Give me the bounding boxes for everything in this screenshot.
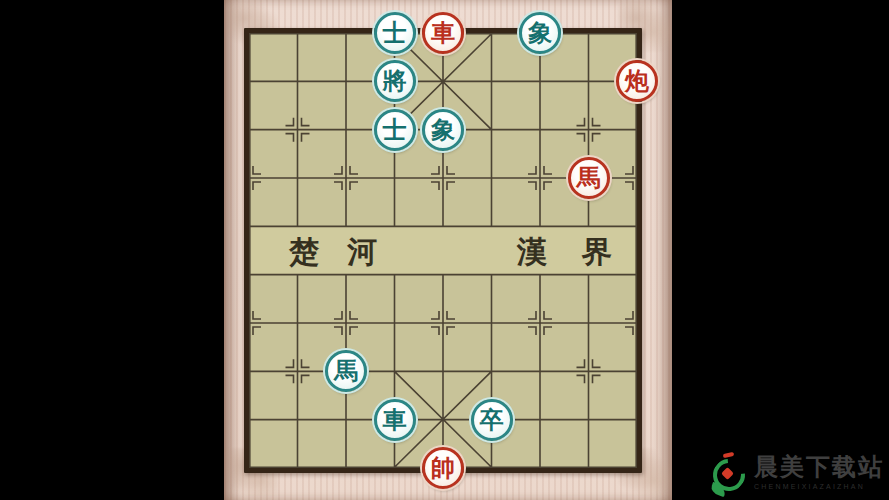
piece-teal-soldier[interactable]: 卒: [471, 399, 513, 441]
game-screen: 楚 河 漢 界 士車象將炮士象馬馬車卒帥 晨美下载站 CHENMEIXIAZAI…: [0, 0, 889, 500]
piece-character: 象: [431, 118, 455, 142]
piece-teal-advisor[interactable]: 士: [374, 12, 416, 54]
piece-teal-horse[interactable]: 馬: [325, 350, 367, 392]
piece-character: 象: [528, 21, 552, 45]
piece-character: 將: [383, 69, 407, 93]
piece-teal-advisor[interactable]: 士: [374, 109, 416, 151]
piece-layer: 士車象將炮士象馬馬車卒帥: [225, 9, 662, 492]
watermark-logo-icon: [710, 453, 746, 495]
piece-character: 馬: [334, 359, 358, 383]
piece-character: 車: [431, 21, 455, 45]
piece-teal-chariot[interactable]: 車: [374, 399, 416, 441]
piece-character: 炮: [625, 69, 649, 93]
piece-teal-general[interactable]: 將: [374, 60, 416, 102]
piece-character: 士: [383, 21, 407, 45]
site-watermark: 晨美下载站 CHENMEIXIAZAIZHAN: [710, 453, 884, 495]
piece-character: 士: [383, 118, 407, 142]
watermark-site-name-latin: CHENMEIXIAZAIZHAN: [754, 483, 884, 490]
piece-character: 帥: [431, 456, 455, 480]
piece-red-chariot[interactable]: 車: [422, 12, 464, 54]
xiangqi-board[interactable]: 楚 河 漢 界 士車象將炮士象馬馬車卒帥: [244, 28, 642, 473]
piece-teal-elephant[interactable]: 象: [422, 109, 464, 151]
piece-red-general[interactable]: 帥: [422, 447, 464, 489]
piece-teal-elephant[interactable]: 象: [519, 12, 561, 54]
watermark-site-name: 晨美下载站: [754, 453, 884, 481]
piece-red-cannon[interactable]: 炮: [616, 60, 658, 102]
piece-character: 卒: [480, 408, 504, 432]
piece-red-horse[interactable]: 馬: [568, 157, 610, 199]
wooden-frame: 楚 河 漢 界 士車象將炮士象馬馬車卒帥: [224, 0, 672, 500]
piece-character: 車: [383, 408, 407, 432]
piece-character: 馬: [577, 166, 601, 190]
